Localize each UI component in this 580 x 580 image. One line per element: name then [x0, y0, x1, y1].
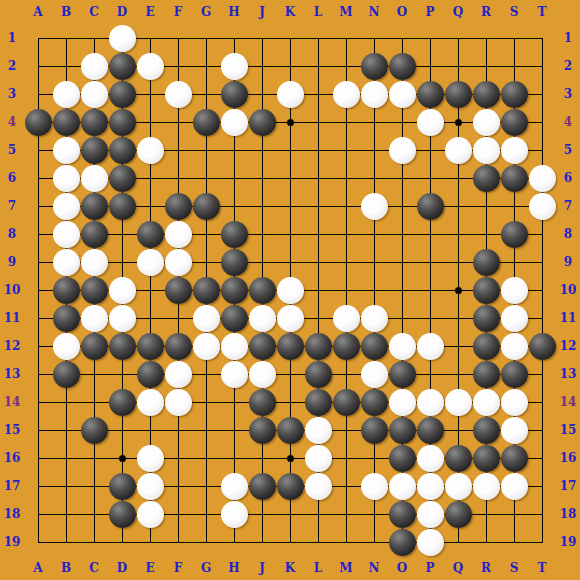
black-stone[interactable]: [333, 333, 360, 360]
white-stone[interactable]: [165, 81, 192, 108]
black-stone[interactable]: [473, 361, 500, 388]
black-stone[interactable]: [81, 417, 108, 444]
row-label-8: 8: [556, 220, 580, 248]
column-label-S: S: [500, 0, 528, 24]
black-stone[interactable]: [221, 249, 248, 276]
white-stone[interactable]: [305, 445, 332, 472]
black-stone[interactable]: [165, 193, 192, 220]
white-stone[interactable]: [137, 249, 164, 276]
white-stone[interactable]: [277, 277, 304, 304]
column-label-L: L: [304, 556, 332, 580]
black-stone[interactable]: [53, 361, 80, 388]
black-stone[interactable]: [417, 81, 444, 108]
row-label-17: 17: [556, 472, 580, 500]
white-stone[interactable]: [165, 389, 192, 416]
white-stone[interactable]: [109, 25, 136, 52]
white-stone[interactable]: [333, 81, 360, 108]
black-stone[interactable]: [529, 333, 556, 360]
column-label-D: D: [108, 0, 136, 24]
black-stone[interactable]: [81, 137, 108, 164]
row-label-8: 8: [0, 220, 24, 248]
row-label-18: 18: [0, 500, 24, 528]
black-stone[interactable]: [249, 333, 276, 360]
white-stone[interactable]: [137, 137, 164, 164]
white-stone[interactable]: [501, 473, 528, 500]
row-label-13: 13: [556, 360, 580, 388]
white-stone[interactable]: [53, 81, 80, 108]
row-label-7: 7: [0, 192, 24, 220]
column-label-Q: Q: [444, 556, 472, 580]
column-label-J: J: [248, 0, 276, 24]
black-stone[interactable]: [53, 109, 80, 136]
white-stone[interactable]: [221, 53, 248, 80]
black-stone[interactable]: [193, 193, 220, 220]
white-stone[interactable]: [165, 221, 192, 248]
column-label-F: F: [164, 0, 192, 24]
black-stone[interactable]: [109, 193, 136, 220]
white-stone[interactable]: [389, 473, 416, 500]
white-stone[interactable]: [81, 165, 108, 192]
black-stone[interactable]: [109, 333, 136, 360]
black-stone[interactable]: [417, 193, 444, 220]
column-label-R: R: [472, 556, 500, 580]
black-stone[interactable]: [81, 109, 108, 136]
black-stone[interactable]: [473, 445, 500, 472]
black-stone[interactable]: [249, 473, 276, 500]
white-stone[interactable]: [249, 305, 276, 332]
black-stone[interactable]: [501, 81, 528, 108]
row-label-3: 3: [0, 80, 24, 108]
star-point: [455, 119, 462, 126]
white-stone[interactable]: [361, 81, 388, 108]
row-label-1: 1: [0, 24, 24, 52]
white-stone[interactable]: [221, 109, 248, 136]
white-stone[interactable]: [193, 333, 220, 360]
white-stone[interactable]: [53, 193, 80, 220]
row-label-12: 12: [0, 332, 24, 360]
white-stone[interactable]: [81, 305, 108, 332]
row-label-2: 2: [556, 52, 580, 80]
black-stone[interactable]: [361, 389, 388, 416]
black-stone[interactable]: [501, 445, 528, 472]
grid-line-vertical: [346, 38, 347, 543]
white-stone[interactable]: [389, 81, 416, 108]
column-label-D: D: [108, 556, 136, 580]
black-stone[interactable]: [249, 109, 276, 136]
column-label-C: C: [80, 0, 108, 24]
go-board[interactable]: ABCDEFGHJKLMNOPQRST ABCDEFGHJKLMNOPQRST …: [0, 0, 580, 580]
row-label-13: 13: [0, 360, 24, 388]
black-stone[interactable]: [361, 417, 388, 444]
column-label-F: F: [164, 556, 192, 580]
white-stone[interactable]: [81, 249, 108, 276]
black-stone[interactable]: [473, 249, 500, 276]
star-point: [455, 287, 462, 294]
white-stone[interactable]: [137, 53, 164, 80]
white-stone[interactable]: [221, 361, 248, 388]
grid-line-vertical: [374, 38, 375, 543]
black-stone[interactable]: [417, 417, 444, 444]
white-stone[interactable]: [501, 305, 528, 332]
column-label-M: M: [332, 0, 360, 24]
row-label-15: 15: [0, 416, 24, 444]
column-label-K: K: [276, 0, 304, 24]
black-stone[interactable]: [109, 109, 136, 136]
black-stone[interactable]: [109, 53, 136, 80]
white-stone[interactable]: [221, 501, 248, 528]
row-label-1: 1: [556, 24, 580, 52]
column-label-B: B: [52, 0, 80, 24]
column-label-P: P: [416, 556, 444, 580]
black-stone[interactable]: [109, 473, 136, 500]
white-stone[interactable]: [529, 193, 556, 220]
column-label-T: T: [528, 556, 556, 580]
black-stone[interactable]: [81, 193, 108, 220]
black-stone[interactable]: [277, 417, 304, 444]
white-stone[interactable]: [109, 305, 136, 332]
white-stone[interactable]: [389, 389, 416, 416]
white-stone[interactable]: [501, 137, 528, 164]
black-stone[interactable]: [361, 53, 388, 80]
black-stone[interactable]: [137, 221, 164, 248]
white-stone[interactable]: [277, 81, 304, 108]
white-stone[interactable]: [53, 137, 80, 164]
white-stone[interactable]: [277, 305, 304, 332]
row-label-9: 9: [0, 248, 24, 276]
white-stone[interactable]: [389, 137, 416, 164]
grid-line-vertical: [542, 38, 543, 543]
white-stone[interactable]: [193, 305, 220, 332]
row-label-16: 16: [0, 444, 24, 472]
row-label-4: 4: [556, 108, 580, 136]
row-label-14: 14: [556, 388, 580, 416]
black-stone[interactable]: [249, 417, 276, 444]
black-stone[interactable]: [165, 277, 192, 304]
black-stone[interactable]: [389, 445, 416, 472]
black-stone[interactable]: [277, 333, 304, 360]
column-label-E: E: [136, 556, 164, 580]
white-stone[interactable]: [417, 501, 444, 528]
white-stone[interactable]: [165, 361, 192, 388]
column-label-N: N: [360, 0, 388, 24]
white-stone[interactable]: [445, 389, 472, 416]
white-stone[interactable]: [137, 473, 164, 500]
black-stone[interactable]: [445, 445, 472, 472]
white-stone[interactable]: [361, 193, 388, 220]
white-stone[interactable]: [249, 361, 276, 388]
star-point: [119, 455, 126, 462]
row-label-10: 10: [556, 276, 580, 304]
column-label-M: M: [332, 556, 360, 580]
white-stone[interactable]: [305, 473, 332, 500]
column-label-H: H: [220, 556, 248, 580]
black-stone[interactable]: [81, 277, 108, 304]
white-stone[interactable]: [417, 109, 444, 136]
black-stone[interactable]: [473, 81, 500, 108]
row-label-18: 18: [556, 500, 580, 528]
column-label-O: O: [388, 556, 416, 580]
black-stone[interactable]: [249, 277, 276, 304]
black-stone[interactable]: [501, 221, 528, 248]
white-stone[interactable]: [501, 277, 528, 304]
black-stone[interactable]: [81, 333, 108, 360]
white-stone[interactable]: [361, 473, 388, 500]
column-label-C: C: [80, 556, 108, 580]
white-stone[interactable]: [53, 165, 80, 192]
grid-line-horizontal: [38, 542, 543, 543]
row-label-3: 3: [556, 80, 580, 108]
row-label-5: 5: [0, 136, 24, 164]
white-stone[interactable]: [221, 333, 248, 360]
white-stone[interactable]: [361, 305, 388, 332]
white-stone[interactable]: [81, 81, 108, 108]
column-label-A: A: [24, 0, 52, 24]
black-stone[interactable]: [109, 165, 136, 192]
black-stone[interactable]: [305, 333, 332, 360]
white-stone[interactable]: [473, 109, 500, 136]
white-stone[interactable]: [473, 389, 500, 416]
column-label-L: L: [304, 0, 332, 24]
white-stone[interactable]: [417, 529, 444, 556]
column-label-G: G: [192, 0, 220, 24]
star-point: [287, 119, 294, 126]
white-stone[interactable]: [137, 445, 164, 472]
white-stone[interactable]: [53, 249, 80, 276]
white-stone[interactable]: [529, 165, 556, 192]
white-stone[interactable]: [417, 445, 444, 472]
column-label-O: O: [388, 0, 416, 24]
white-stone[interactable]: [417, 389, 444, 416]
row-label-9: 9: [556, 248, 580, 276]
white-stone[interactable]: [221, 473, 248, 500]
black-stone[interactable]: [137, 333, 164, 360]
white-stone[interactable]: [53, 333, 80, 360]
black-stone[interactable]: [221, 81, 248, 108]
column-label-B: B: [52, 556, 80, 580]
white-stone[interactable]: [305, 417, 332, 444]
row-label-19: 19: [0, 528, 24, 556]
row-label-16: 16: [556, 444, 580, 472]
row-label-14: 14: [0, 388, 24, 416]
row-label-17: 17: [0, 472, 24, 500]
white-stone[interactable]: [81, 53, 108, 80]
row-label-19: 19: [556, 528, 580, 556]
black-stone[interactable]: [221, 305, 248, 332]
column-label-A: A: [24, 556, 52, 580]
column-label-Q: Q: [444, 0, 472, 24]
white-stone[interactable]: [165, 249, 192, 276]
star-point: [287, 455, 294, 462]
column-label-R: R: [472, 0, 500, 24]
black-stone[interactable]: [389, 361, 416, 388]
column-label-P: P: [416, 0, 444, 24]
white-stone[interactable]: [361, 361, 388, 388]
black-stone[interactable]: [221, 277, 248, 304]
column-label-G: G: [192, 556, 220, 580]
row-label-7: 7: [556, 192, 580, 220]
row-label-15: 15: [556, 416, 580, 444]
white-stone[interactable]: [137, 389, 164, 416]
grid-line-horizontal: [38, 374, 543, 375]
column-label-N: N: [360, 556, 388, 580]
black-stone[interactable]: [221, 221, 248, 248]
white-stone[interactable]: [501, 389, 528, 416]
row-label-5: 5: [556, 136, 580, 164]
white-stone[interactable]: [417, 473, 444, 500]
black-stone[interactable]: [305, 389, 332, 416]
black-stone[interactable]: [445, 81, 472, 108]
column-label-E: E: [136, 0, 164, 24]
black-stone[interactable]: [193, 109, 220, 136]
black-stone[interactable]: [473, 165, 500, 192]
black-stone[interactable]: [277, 473, 304, 500]
column-label-T: T: [528, 0, 556, 24]
white-stone[interactable]: [53, 221, 80, 248]
row-label-11: 11: [0, 304, 24, 332]
white-stone[interactable]: [137, 501, 164, 528]
black-stone[interactable]: [333, 389, 360, 416]
black-stone[interactable]: [109, 389, 136, 416]
black-stone[interactable]: [25, 109, 52, 136]
white-stone[interactable]: [445, 137, 472, 164]
black-stone[interactable]: [473, 417, 500, 444]
black-stone[interactable]: [193, 277, 220, 304]
row-label-11: 11: [556, 304, 580, 332]
row-label-4: 4: [0, 108, 24, 136]
white-stone[interactable]: [501, 417, 528, 444]
black-stone[interactable]: [389, 529, 416, 556]
column-label-S: S: [500, 556, 528, 580]
white-stone[interactable]: [333, 305, 360, 332]
black-stone[interactable]: [473, 305, 500, 332]
row-label-10: 10: [0, 276, 24, 304]
black-stone[interactable]: [389, 53, 416, 80]
black-stone[interactable]: [389, 501, 416, 528]
black-stone[interactable]: [501, 165, 528, 192]
black-stone[interactable]: [249, 389, 276, 416]
row-label-6: 6: [556, 164, 580, 192]
white-stone[interactable]: [473, 137, 500, 164]
black-stone[interactable]: [361, 333, 388, 360]
black-stone[interactable]: [473, 277, 500, 304]
row-label-6: 6: [0, 164, 24, 192]
column-label-K: K: [276, 556, 304, 580]
black-stone[interactable]: [165, 333, 192, 360]
black-stone[interactable]: [53, 305, 80, 332]
column-label-J: J: [248, 556, 276, 580]
black-stone[interactable]: [109, 137, 136, 164]
white-stone[interactable]: [389, 333, 416, 360]
white-stone[interactable]: [501, 333, 528, 360]
black-stone[interactable]: [137, 361, 164, 388]
black-stone[interactable]: [81, 221, 108, 248]
black-stone[interactable]: [389, 417, 416, 444]
black-stone[interactable]: [473, 333, 500, 360]
black-stone[interactable]: [305, 361, 332, 388]
black-stone[interactable]: [445, 501, 472, 528]
black-stone[interactable]: [501, 361, 528, 388]
black-stone[interactable]: [109, 81, 136, 108]
row-label-2: 2: [0, 52, 24, 80]
black-stone[interactable]: [501, 109, 528, 136]
white-stone[interactable]: [473, 473, 500, 500]
white-stone[interactable]: [109, 277, 136, 304]
white-stone[interactable]: [445, 473, 472, 500]
black-stone[interactable]: [109, 501, 136, 528]
column-label-H: H: [220, 0, 248, 24]
row-label-12: 12: [556, 332, 580, 360]
black-stone[interactable]: [53, 277, 80, 304]
white-stone[interactable]: [417, 333, 444, 360]
